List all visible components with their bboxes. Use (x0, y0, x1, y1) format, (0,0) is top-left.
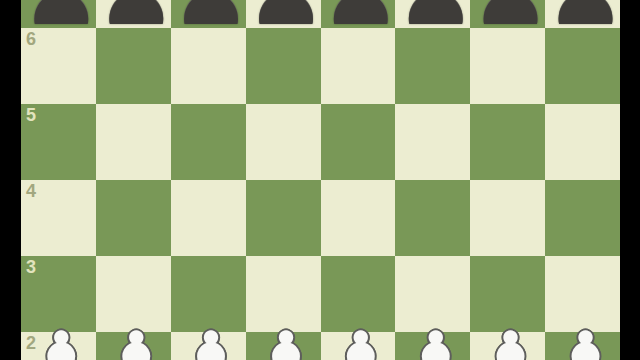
square-e6[interactable] (321, 28, 396, 104)
square-d4[interactable] (246, 180, 321, 256)
square-f6[interactable] (395, 28, 470, 104)
square-g5[interactable] (470, 104, 545, 180)
square-f4[interactable] (395, 180, 470, 256)
square-h2[interactable]: ♟ (545, 332, 620, 360)
square-c6[interactable] (171, 28, 246, 104)
white-pawn-g2[interactable]: ♟ (470, 320, 545, 360)
square-c7[interactable]: ♟ (171, 0, 246, 28)
square-c5[interactable] (171, 104, 246, 180)
square-a6[interactable]: 6 (21, 28, 96, 104)
square-h7[interactable]: ♟ (545, 0, 620, 28)
square-d6[interactable] (246, 28, 321, 104)
chess-board-grid: ♟♟♟♟♟♟♟♟65432♟♟♟♟♟♟♟♟ (21, 0, 620, 360)
square-d2[interactable]: ♟ (246, 332, 321, 360)
square-f2[interactable]: ♟ (395, 332, 470, 360)
square-e2[interactable]: ♟ (321, 332, 396, 360)
white-pawn-d2[interactable]: ♟ (246, 320, 321, 360)
square-h4[interactable] (545, 180, 620, 256)
square-d5[interactable] (246, 104, 321, 180)
square-a2[interactable]: 2♟ (21, 332, 96, 360)
square-g2[interactable]: ♟ (470, 332, 545, 360)
square-g4[interactable] (470, 180, 545, 256)
square-e7[interactable]: ♟ (321, 0, 396, 28)
square-b2[interactable]: ♟ (96, 332, 171, 360)
rank-label-4: 4 (26, 182, 36, 202)
white-pawn-e2[interactable]: ♟ (321, 320, 396, 360)
square-g7[interactable]: ♟ (470, 0, 545, 28)
square-f7[interactable]: ♟ (395, 0, 470, 28)
chess-board: ♟♟♟♟♟♟♟♟65432♟♟♟♟♟♟♟♟ (21, 0, 620, 360)
square-a4[interactable]: 4 (21, 180, 96, 256)
rank-label-3: 3 (26, 258, 36, 278)
square-d7[interactable]: ♟ (246, 0, 321, 28)
video-frame: ♟♟♟♟♟♟♟♟65432♟♟♟♟♟♟♟♟ (0, 0, 640, 360)
white-pawn-c2[interactable]: ♟ (171, 320, 246, 360)
square-b6[interactable] (96, 28, 171, 104)
square-h5[interactable] (545, 104, 620, 180)
rank-label-5: 5 (26, 106, 36, 126)
square-f5[interactable] (395, 104, 470, 180)
square-c2[interactable]: ♟ (171, 332, 246, 360)
square-e5[interactable] (321, 104, 396, 180)
square-g6[interactable] (470, 28, 545, 104)
square-e4[interactable] (321, 180, 396, 256)
rank-label-6: 6 (26, 30, 36, 50)
white-pawn-f2[interactable]: ♟ (395, 320, 470, 360)
square-a7[interactable]: ♟ (21, 0, 96, 28)
square-b5[interactable] (96, 104, 171, 180)
letterbox-left (0, 0, 21, 360)
square-b7[interactable]: ♟ (96, 0, 171, 28)
white-pawn-a2[interactable]: ♟ (21, 320, 96, 360)
square-c4[interactable] (171, 180, 246, 256)
letterbox-right (620, 0, 640, 360)
square-b4[interactable] (96, 180, 171, 256)
square-a5[interactable]: 5 (21, 104, 96, 180)
white-pawn-h2[interactable]: ♟ (545, 320, 620, 360)
square-h6[interactable] (545, 28, 620, 104)
white-pawn-b2[interactable]: ♟ (96, 320, 171, 360)
